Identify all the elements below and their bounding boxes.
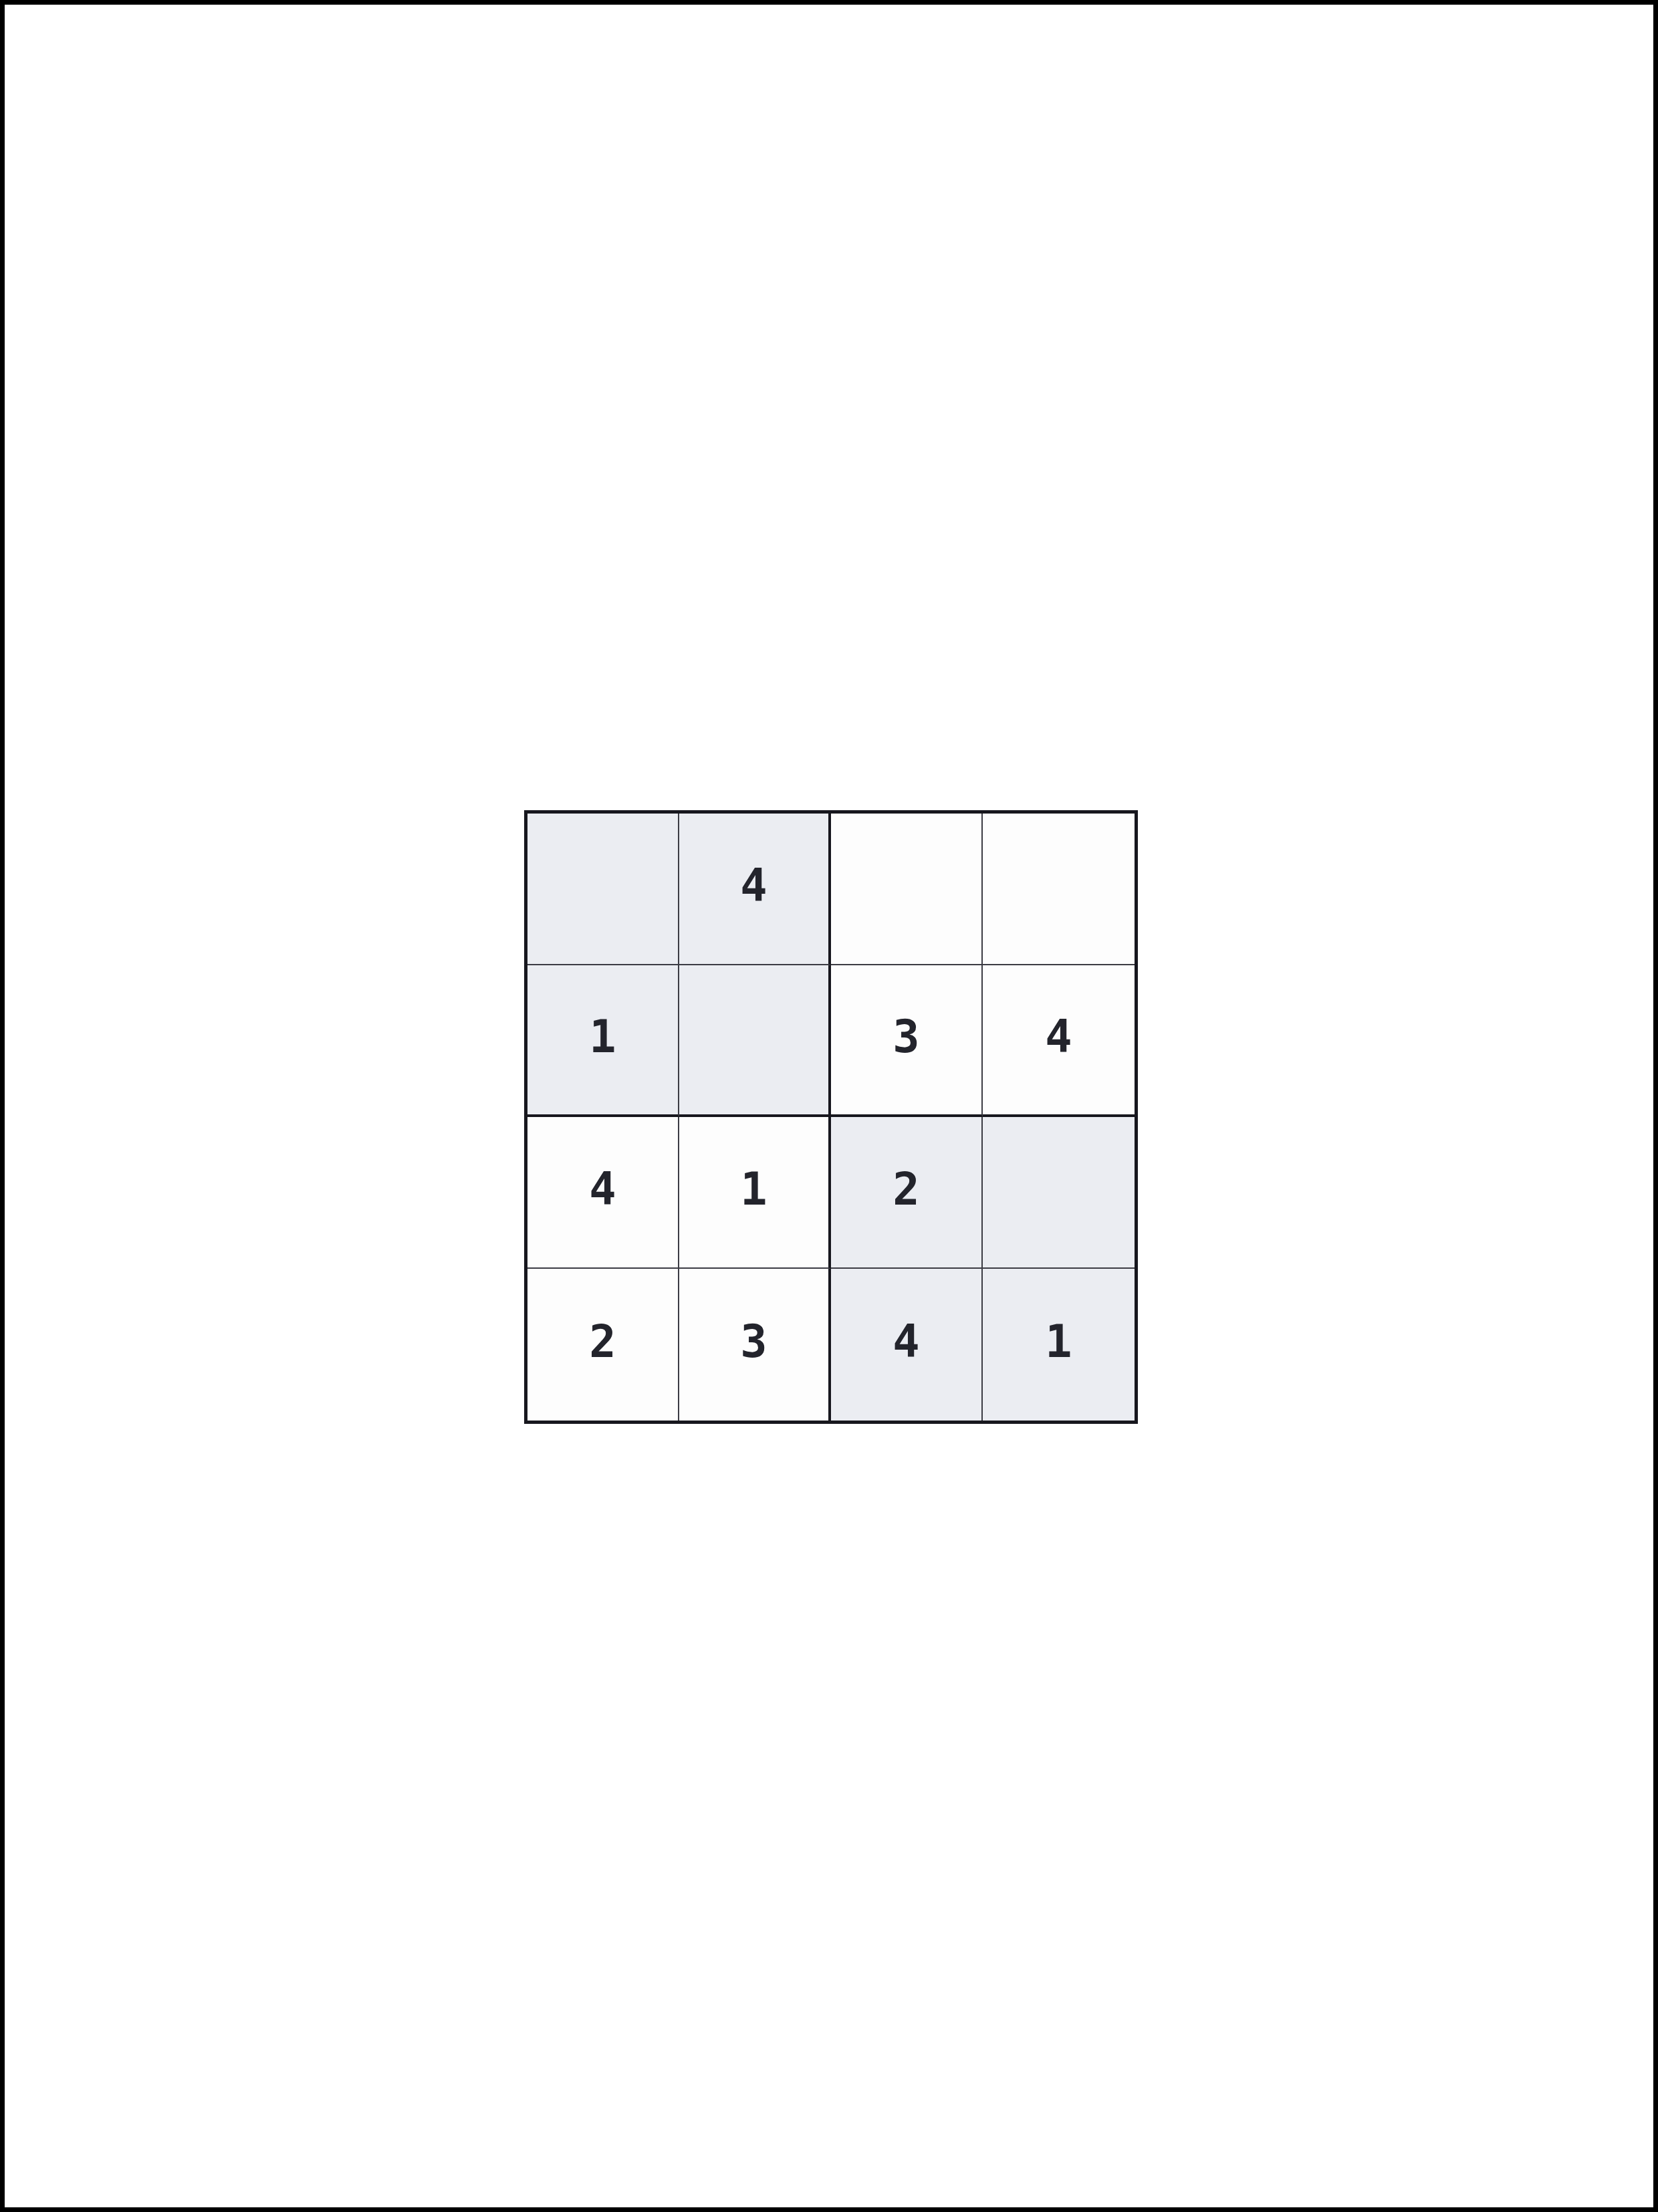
- cell-r3c4[interactable]: [983, 1117, 1135, 1269]
- cell-r4c3: 4: [831, 1269, 983, 1421]
- cell-r1c3[interactable]: [831, 814, 983, 965]
- cell-value: 1: [1045, 1320, 1072, 1364]
- cell-value: 4: [740, 864, 767, 908]
- cell-r2c4: 4: [983, 965, 1135, 1117]
- cell-r1c1[interactable]: [527, 814, 679, 965]
- cell-value: 3: [740, 1320, 767, 1364]
- cell-value: 4: [589, 1167, 616, 1212]
- cell-value: 1: [589, 1015, 616, 1060]
- cell-r2c1: 1: [527, 965, 679, 1117]
- cell-r4c2: 3: [679, 1269, 831, 1421]
- cell-value: 4: [1045, 1015, 1072, 1060]
- cell-r2c2[interactable]: [679, 965, 831, 1117]
- cell-r4c1: 2: [527, 1269, 679, 1421]
- cell-value: 2: [589, 1320, 616, 1364]
- cell-value: 1: [740, 1167, 767, 1212]
- cell-r3c3: 2: [831, 1117, 983, 1269]
- cell-r1c4[interactable]: [983, 814, 1135, 965]
- cell-r3c2: 1: [679, 1117, 831, 1269]
- cell-r1c2: 4: [679, 814, 831, 965]
- cell-r3c1: 4: [527, 1117, 679, 1269]
- cell-r4c4: 1: [983, 1269, 1135, 1421]
- cell-value: 4: [893, 1320, 919, 1364]
- worksheet-page: 41344122341: [0, 0, 1658, 2212]
- cell-r2c3: 3: [831, 965, 983, 1117]
- sudoku-board: 41344122341: [524, 810, 1138, 1424]
- cell-value: 3: [893, 1015, 919, 1060]
- cell-value: 2: [893, 1167, 919, 1212]
